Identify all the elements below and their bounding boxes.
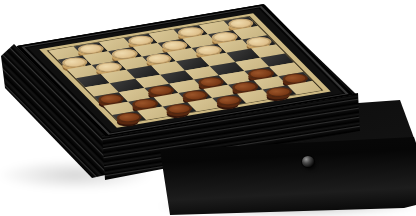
drawer-knob	[302, 156, 314, 167]
checkers-set-photo	[0, 0, 416, 216]
